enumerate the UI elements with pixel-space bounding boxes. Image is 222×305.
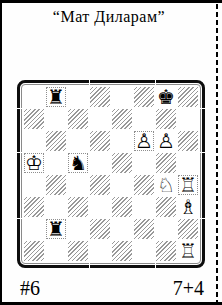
square-d8 [89, 86, 111, 108]
square-f4 [133, 174, 155, 196]
stipulation-label: #6 [20, 277, 40, 300]
white-rook-piece-h1: ♖ [179, 241, 197, 261]
square-g2 [155, 218, 177, 240]
square-b4 [45, 174, 67, 196]
square-d1 [89, 240, 111, 262]
scanned-diagram-page: “Мат Диларам” ♜♚♙♙♔♞♘♖♗♜♖ #6 7+4 [0, 0, 222, 305]
square-g6: ♙ [155, 130, 177, 152]
square-e4 [111, 174, 133, 196]
square-h8 [177, 86, 199, 108]
square-f6: ♙ [133, 130, 155, 152]
square-c3 [67, 196, 89, 218]
white-pawn-piece-f6: ♙ [134, 131, 154, 151]
square-d4 [89, 174, 111, 196]
square-d7 [89, 108, 111, 130]
chess-board-inner-frame: ♜♚♙♙♔♞♘♖♗♜♖ [21, 84, 201, 264]
chess-board: ♜♚♙♙♔♞♘♖♗♜♖ [17, 80, 205, 268]
square-g3 [155, 196, 177, 218]
square-h4: ♖ [177, 174, 199, 196]
square-f1 [133, 240, 155, 262]
square-h7 [177, 108, 199, 130]
square-h6 [177, 130, 199, 152]
diagram-caption-row: #6 7+4 [20, 277, 204, 300]
square-a8 [23, 86, 45, 108]
black-king-piece-g8: ♚ [157, 87, 175, 107]
square-c1 [67, 240, 89, 262]
white-knight-piece-g4: ♘ [157, 175, 175, 195]
square-e3 [111, 196, 133, 218]
square-h3: ♗ [177, 196, 199, 218]
board-grid: ♜♚♙♙♔♞♘♖♗♜♖ [23, 86, 199, 262]
square-c8 [67, 86, 89, 108]
square-f3 [133, 196, 155, 218]
square-d3 [89, 196, 111, 218]
square-d5 [89, 152, 111, 174]
white-rook-piece-h4: ♖ [178, 175, 198, 195]
square-a6 [23, 130, 45, 152]
material-count-label: 7+4 [173, 277, 204, 300]
square-c5: ♞ [67, 152, 89, 174]
white-pawn-piece-g6: ♙ [157, 131, 175, 151]
square-f7 [133, 108, 155, 130]
page-cut-dashed-line [216, 4, 218, 302]
square-e1 [111, 240, 133, 262]
square-a2 [23, 218, 45, 240]
square-c2 [67, 218, 89, 240]
square-h5 [177, 152, 199, 174]
square-a7 [23, 108, 45, 130]
square-e6 [111, 130, 133, 152]
white-king-piece-a5: ♔ [24, 153, 44, 173]
scan-seam-horizontal-r65 [17, 152, 205, 153]
square-a5: ♔ [23, 152, 45, 174]
square-b3 [45, 196, 67, 218]
square-e5 [111, 152, 133, 174]
scan-seam-horizontal-r32 [17, 218, 205, 219]
square-b1 [45, 240, 67, 262]
square-g4: ♘ [155, 174, 177, 196]
square-g5 [155, 152, 177, 174]
white-bishop-piece-h3: ♗ [179, 197, 197, 217]
square-b5 [45, 152, 67, 174]
black-rook-piece-b2: ♜ [46, 219, 66, 239]
square-g7 [155, 108, 177, 130]
square-h2 [177, 218, 199, 240]
square-b7 [45, 108, 67, 130]
scan-seam-horizontal-r87 [17, 108, 205, 109]
black-rook-piece-b8: ♜ [46, 87, 66, 107]
square-c7 [67, 108, 89, 130]
square-b2: ♜ [45, 218, 67, 240]
square-h1: ♖ [177, 240, 199, 262]
square-d2 [89, 218, 111, 240]
square-f5 [133, 152, 155, 174]
square-a1 [23, 240, 45, 262]
square-c4 [67, 174, 89, 196]
black-knight-piece-c5: ♞ [68, 153, 88, 173]
square-e8 [111, 86, 133, 108]
square-b6 [45, 130, 67, 152]
square-f8 [133, 86, 155, 108]
square-g8: ♚ [155, 86, 177, 108]
diagram-title: “Мат Диларам” [2, 8, 216, 26]
square-a4 [23, 174, 45, 196]
square-g1 [155, 240, 177, 262]
square-f2 [133, 218, 155, 240]
square-b8: ♜ [45, 86, 67, 108]
square-d6 [89, 130, 111, 152]
square-e2 [111, 218, 133, 240]
square-c6 [67, 130, 89, 152]
square-e7 [111, 108, 133, 130]
square-a3 [23, 196, 45, 218]
